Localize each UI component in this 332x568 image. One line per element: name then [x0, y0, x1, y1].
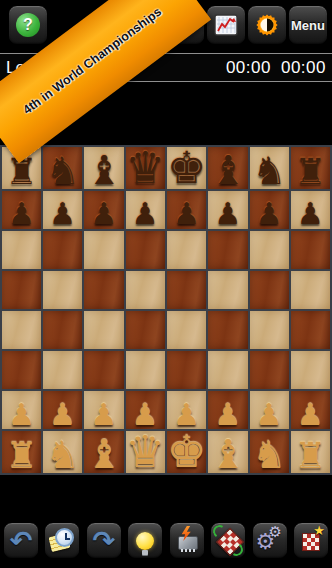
black-pawn: ♟: [8, 200, 35, 229]
square-g4[interactable]: [250, 311, 289, 349]
menu-button[interactable]: Menu: [288, 5, 328, 45]
square-d7[interactable]: ♟: [126, 191, 165, 229]
square-e1[interactable]: ♚: [167, 431, 206, 473]
square-f4[interactable]: [208, 311, 247, 349]
hint-button[interactable]: [127, 522, 163, 559]
white-rook: ♜: [5, 439, 37, 473]
square-a7[interactable]: ♟: [2, 191, 41, 229]
chess-board: ♜♞♝♛♚♝♞♜♟♟♟♟♟♟♟♟♟♟♟♟♟♟♟♟♜♞♝♛♚♝♞♜: [0, 145, 332, 475]
square-d4[interactable]: [126, 311, 165, 349]
square-e7[interactable]: ♟: [167, 191, 206, 229]
white-bishop: ♝: [86, 435, 122, 473]
app-screen: ? Menu Level 00:00: [0, 0, 332, 568]
white-pawn: ♟: [256, 401, 283, 430]
square-b8[interactable]: ♞: [43, 147, 82, 189]
square-b5[interactable]: [43, 271, 82, 309]
white-queen: ♛: [126, 431, 165, 473]
black-bishop: ♝: [86, 151, 122, 189]
display-brightness-button[interactable]: [247, 5, 287, 45]
black-bishop: ♝: [210, 151, 246, 189]
redo-arrow-icon: ↷: [93, 527, 116, 554]
settings-button[interactable]: ⚙ ⚙: [252, 522, 288, 559]
black-pawn: ♟: [49, 200, 76, 229]
square-c5[interactable]: [84, 271, 123, 309]
square-a4[interactable]: [2, 311, 41, 349]
black-pawn: ♟: [297, 200, 324, 229]
flip-board-button[interactable]: [210, 522, 246, 559]
square-d2[interactable]: ♟: [126, 391, 165, 429]
white-knight: ♞: [252, 437, 286, 473]
black-pawn: ♟: [132, 200, 159, 229]
bottom-toolbar: ↶ ↷ ⚙ ⚙: [0, 522, 332, 560]
game-clocks: 00:00 00:00: [226, 58, 326, 78]
square-d3[interactable]: [126, 351, 165, 389]
square-f6[interactable]: [208, 231, 247, 269]
square-e6[interactable]: [167, 231, 206, 269]
square-c3[interactable]: [84, 351, 123, 389]
square-c8[interactable]: ♝: [84, 147, 123, 189]
square-g2[interactable]: ♟: [250, 391, 289, 429]
square-g5[interactable]: [250, 271, 289, 309]
square-f3[interactable]: [208, 351, 247, 389]
square-h2[interactable]: ♟: [291, 391, 330, 429]
square-e8[interactable]: ♚: [167, 147, 206, 189]
square-a6[interactable]: [2, 231, 41, 269]
square-g1[interactable]: ♞: [250, 431, 289, 473]
square-b3[interactable]: [43, 351, 82, 389]
square-f1[interactable]: ♝: [208, 431, 247, 473]
square-h3[interactable]: [291, 351, 330, 389]
contrast-sun-icon: [254, 12, 280, 38]
square-f5[interactable]: [208, 271, 247, 309]
lightbulb-icon: [136, 532, 154, 550]
stats-button[interactable]: [206, 5, 246, 45]
square-h1[interactable]: ♜: [291, 431, 330, 473]
star-icon: ★: [313, 524, 325, 537]
clock-icon: [55, 528, 74, 547]
square-h4[interactable]: [291, 311, 330, 349]
square-h5[interactable]: [291, 271, 330, 309]
square-e5[interactable]: [167, 271, 206, 309]
white-king: ♚: [167, 431, 206, 473]
engine-move-button[interactable]: [169, 522, 205, 559]
square-f7[interactable]: ♟: [208, 191, 247, 229]
white-pawn: ♟: [49, 401, 76, 430]
square-b1[interactable]: ♞: [43, 431, 82, 473]
square-g3[interactable]: [250, 351, 289, 389]
square-h8[interactable]: ♜: [291, 147, 330, 189]
white-rook: ♜: [294, 439, 326, 473]
black-pawn: ♟: [215, 200, 242, 229]
square-c6[interactable]: [84, 231, 123, 269]
gear-icon-small: ⚙: [269, 525, 282, 540]
square-e4[interactable]: [167, 311, 206, 349]
lightbulb-base: [142, 550, 148, 555]
white-pawn: ♟: [173, 401, 200, 430]
square-g8[interactable]: ♞: [250, 147, 289, 189]
white-pawn: ♟: [91, 401, 118, 430]
white-bishop: ♝: [210, 435, 246, 473]
black-king: ♚: [167, 147, 206, 189]
stats-chart-icon: [214, 14, 238, 36]
square-d1[interactable]: ♛: [126, 431, 165, 473]
cpu-chip-icon: [178, 536, 198, 550]
square-b6[interactable]: [43, 231, 82, 269]
black-pawn: ♟: [173, 200, 200, 229]
square-b2[interactable]: ♟: [43, 391, 82, 429]
black-rook: ♜: [294, 155, 326, 189]
black-clock: 00:00: [281, 58, 326, 78]
white-knight: ♞: [46, 437, 80, 473]
square-e3[interactable]: [167, 351, 206, 389]
square-g6[interactable]: [250, 231, 289, 269]
clock-hour-hand: [65, 538, 70, 540]
cpu-pins: [181, 549, 197, 552]
menu-button-label: Menu: [291, 18, 325, 33]
square-c7[interactable]: ♟: [84, 191, 123, 229]
square-a5[interactable]: [2, 271, 41, 309]
square-h7[interactable]: ♟: [291, 191, 330, 229]
square-f2[interactable]: ♟: [208, 391, 247, 429]
square-d8[interactable]: ♛: [126, 147, 165, 189]
undo-button[interactable]: ↶: [3, 522, 39, 559]
square-a1[interactable]: ♜: [2, 431, 41, 473]
undo-arrow-icon: ↶: [10, 527, 33, 554]
black-knight: ♞: [46, 153, 80, 189]
square-d5[interactable]: [126, 271, 165, 309]
black-knight: ♞: [252, 153, 286, 189]
square-c4[interactable]: [84, 311, 123, 349]
square-h6[interactable]: [291, 231, 330, 269]
new-game-button[interactable]: ★: [293, 522, 329, 559]
square-g7[interactable]: ♟: [250, 191, 289, 229]
square-e2[interactable]: ♟: [167, 391, 206, 429]
square-b4[interactable]: [43, 311, 82, 349]
black-pawn: ♟: [91, 200, 118, 229]
black-queen: ♛: [126, 147, 165, 189]
white-pawn: ♟: [8, 401, 35, 430]
square-b7[interactable]: ♟: [43, 191, 82, 229]
white-pawn: ♟: [215, 401, 242, 430]
square-a2[interactable]: ♟: [2, 391, 41, 429]
black-pawn: ♟: [256, 200, 283, 229]
square-a3[interactable]: [2, 351, 41, 389]
square-f8[interactable]: ♝: [208, 147, 247, 189]
white-pawn: ♟: [297, 401, 324, 430]
redo-button[interactable]: ↷: [86, 522, 122, 559]
square-c2[interactable]: ♟: [84, 391, 123, 429]
help-question-icon: ?: [16, 13, 40, 37]
help-button[interactable]: ?: [8, 5, 48, 45]
move-list-button[interactable]: [44, 522, 80, 559]
square-c1[interactable]: ♝: [84, 431, 123, 473]
white-clock: 00:00: [226, 58, 271, 78]
square-d6[interactable]: [126, 231, 165, 269]
white-pawn: ♟: [132, 401, 159, 430]
